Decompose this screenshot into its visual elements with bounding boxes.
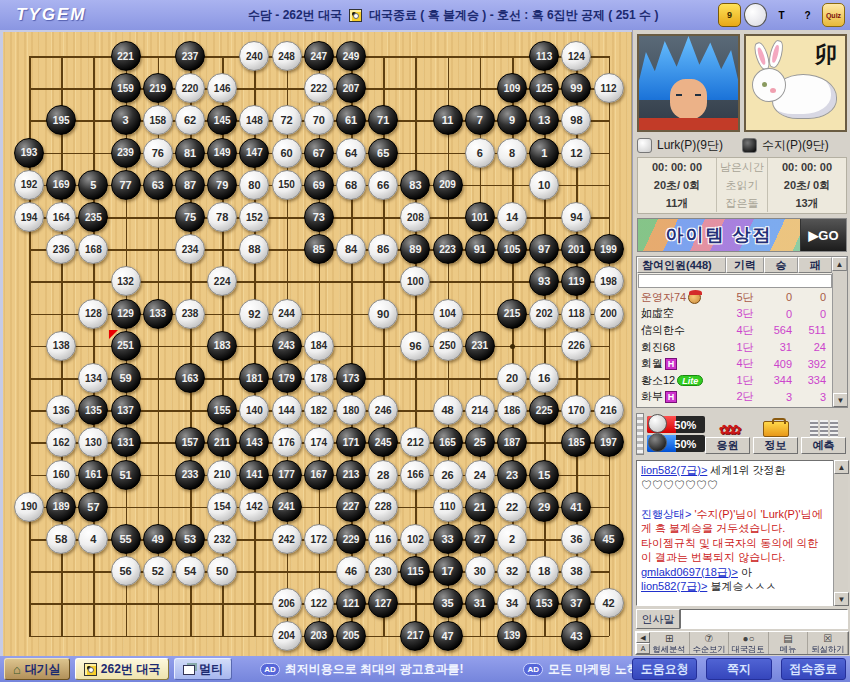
stone-black-229: 229 [336,524,366,554]
white-captures: 11개 [638,196,716,211]
go-board[interactable]: 2212372402482472491131241592192201462222… [0,30,632,656]
mini-button-◀[interactable]: ◀ [636,632,650,643]
stone-white-48: 48 [433,395,463,425]
stone-black-45: 45 [594,524,624,554]
예측-button[interactable]: 예측 [801,415,846,454]
stone-black-189: 189 [46,492,76,522]
stone-white-14: 14 [497,202,527,232]
stone-white-222: 222 [304,73,334,103]
stone-white-66: 66 [368,170,398,200]
stone-white-124: 124 [561,41,591,71]
stone-white-90: 90 [368,299,398,329]
black-player-avatar[interactable]: 卯 [744,34,847,132]
chat-username[interactable]: lion582(7급)> [641,580,707,592]
greeting-row: 인사말 [636,609,848,629]
stone-black-99: 99 [561,73,591,103]
stone-black-105: 105 [497,234,527,264]
stone-white-76: 76 [143,138,173,168]
scroll-down-icon[interactable]: ▼ [833,393,848,407]
stone-black-221: 221 [111,41,141,71]
col-losses[interactable]: 패 [798,257,832,273]
stone-white-202: 202 [529,299,559,329]
spectator-row[interactable]: 信의한수4단564511 [637,322,847,339]
stone-white-220: 220 [175,73,205,103]
chat-input[interactable] [680,609,848,629]
stone-black-241: 241 [272,492,302,522]
stone-white-190: 190 [14,492,44,522]
stone-white-162: 162 [46,427,76,457]
stone-white-210: 210 [207,460,237,490]
black-cheer-bar: 50% [647,435,705,452]
stone-white-18: 18 [529,556,559,586]
stone-black-97: 97 [529,234,559,264]
button-label: 응원 [705,437,750,454]
button-label: 예측 [801,437,846,454]
spectator-ls: 334 [798,374,832,386]
spectator-row[interactable]: 如虛空3단00 [637,306,847,323]
stone-white-168: 168 [78,234,108,264]
coins-icon [801,415,846,437]
응원-button[interactable]: ✿✿✿응원 [705,415,750,454]
spectator-wn: 31 [764,341,798,353]
stone-white-212: 212 [400,427,430,457]
ad-tag: AD [523,663,543,676]
spectator-row[interactable]: 화부H2단33 [637,389,847,406]
stone-black-173: 173 [336,363,366,393]
대국검토-button[interactable]: ●○대국검토 [729,632,769,654]
stone-black-187: 187 [497,427,527,457]
stone-black-247: 247 [304,41,334,71]
stone-black-9: 9 [497,105,527,135]
col-rank[interactable]: 기력 [726,257,764,273]
stone-black-69: 69 [304,170,334,200]
stone-black-81: 81 [175,138,205,168]
status-title: 대국종료 ( 흑 불계승 ) - 호선 : 흑 6집반 공제 ( 251 수 ) [369,7,658,24]
tygem-logo: TYGEM [16,5,86,25]
stone-white-28: 28 [368,460,398,490]
stone-white-172: 172 [304,524,334,554]
stone-white-112: 112 [594,73,624,103]
poll-buttons: ✿✿✿응원정보예측 [705,415,848,454]
spectator-wn: 3 [764,391,798,403]
spectator-name: 화부H [637,389,726,404]
analysis-grid-icon: ⊞ [665,633,673,644]
chat-scroll-up-icon[interactable]: ▲ [834,460,849,474]
stone-black-143: 143 [239,427,269,457]
spectator-row[interactable]: 황소12Lite1단344334 [637,372,847,389]
stone-white-34: 34 [497,588,527,618]
ad-tag: AD [260,663,280,676]
spectator-rk: 1단 [726,373,764,388]
접속종료-button[interactable]: 접속종료 [781,658,846,680]
h-icon: H [665,358,677,370]
scroll-up-icon[interactable]: ▲ [832,257,847,271]
remaining-time-label: 남은시간 [716,158,768,176]
spectator-wn: 409 [764,358,798,370]
toolbox-icon [753,415,798,437]
stone-black-31: 31 [465,588,495,618]
stone-black-133: 133 [143,299,173,329]
stone-black-207: 207 [336,73,366,103]
toolbox-icon [763,421,789,437]
stone-black-153: 153 [529,588,559,618]
stone-black-183: 183 [207,331,237,361]
spectator-rk: 2단 [726,389,764,404]
stone-black-245: 245 [368,427,398,457]
stone-black-43: 43 [561,621,591,651]
selected-empty-row[interactable] [638,274,832,288]
spectator-wn: 344 [764,374,798,386]
stone-white-204: 204 [272,621,302,651]
stone-white-86: 86 [368,234,398,264]
tab-label: 262번 대국 [101,661,160,678]
stone-white-174: 174 [304,427,334,457]
game-toolbar: ◀A ⊞형세분석⑦수순보기●○대국검토▤메뉴☒퇴실하기 [635,631,849,655]
topbar-icons: 9T?Quiz [718,3,845,27]
spectator-rk: 4단 [726,356,764,371]
stone-black-1: 1 [529,138,559,168]
stone-black-13: 13 [529,105,559,135]
game-title: 수담 - 262번 대국 대국종료 ( 흑 불계승 ) - 호선 : 흑 6집반… [248,7,658,24]
tab-label: 멀티 [199,661,223,678]
stone-black-91: 91 [465,234,495,264]
stone-white-52: 52 [143,556,173,586]
spectator-name: 如虛空 [637,306,726,321]
stone-black-195: 195 [46,105,76,135]
spectator-row[interactable]: 운영자745단00 [637,289,847,306]
stone-black-139: 139 [497,621,527,651]
stone-black-205: 205 [336,621,366,651]
stone-white-200: 200 [594,299,624,329]
quiz-mail-icon[interactable]: Quiz [822,3,845,27]
stone-black-215: 215 [497,299,527,329]
stone-white-208: 208 [400,202,430,232]
stone-white-184: 184 [304,331,334,361]
stone-white-248: 248 [272,41,302,71]
mini-button-A[interactable]: A [636,643,650,654]
shop-go-button[interactable]: ▶GO [800,219,846,251]
stone-white-68: 68 [336,170,366,200]
button-label: 대국검토 [732,644,765,653]
stone-black-167: 167 [304,460,334,490]
stone-white-8: 8 [497,138,527,168]
chat-scrollbar[interactable]: ▲ ▼ [833,460,848,606]
stone-white-136: 136 [46,395,76,425]
stone-white-94: 94 [561,202,591,232]
item-shop-label: 아이템 상점 [638,219,800,251]
stone-black-23: 23 [497,460,527,490]
stone-black-89: 89 [400,234,430,264]
spectator-row[interactable]: 회월H4단409392 [637,355,847,372]
stone-white-32: 32 [497,556,527,586]
stone-black-7: 7 [465,105,495,135]
black-stone-icon [742,138,757,153]
쪽지-button[interactable]: 쪽지 [706,658,771,680]
stone-white-144: 144 [272,395,302,425]
메뉴-button[interactable]: ▤메뉴 [769,632,809,654]
stone-black-161: 161 [78,460,108,490]
형세분석-button[interactable]: ⊞형세분석 [650,632,690,654]
stone-white-140: 140 [239,395,269,425]
tab-멀티[interactable]: 멀티 [174,658,232,680]
chat-username[interactable]: 진행상태> [641,508,691,520]
spectator-rk: 3단 [726,306,764,321]
stone-black-185: 185 [561,427,591,457]
stone-black-233: 233 [175,460,205,490]
black-main-time: 00: 00: 00 [768,161,846,173]
menu-book-icon: ▤ [783,633,792,644]
black-captures: 13개 [768,196,846,211]
stone-white-170: 170 [561,395,591,425]
stone-black-135: 135 [78,395,108,425]
stone-white-244: 244 [272,299,302,329]
lite-badge: Lite [677,375,703,386]
rank-badge-icon[interactable]: 9 [718,3,741,27]
stone-black-55: 55 [111,524,141,554]
star-point [510,344,515,349]
ad-banner-1[interactable]: AD 최저비용으로 최대의 광고효과를! [260,661,463,678]
정보-button[interactable]: 정보 [753,415,798,454]
stone-black-131: 131 [111,427,141,457]
stones-review-icon: ●○ [742,633,754,644]
stone-white-150: 150 [272,170,302,200]
stone-black-53: 53 [175,524,205,554]
cheer-poll-panel: 50% 50% ✿✿✿응원정보예측 [636,412,848,456]
black-byoyomi: 20초/ 0회 [768,178,846,193]
stone-white-182: 182 [304,395,334,425]
tab-label: 대기실 [25,661,61,678]
stone-black-51: 51 [111,460,141,490]
stone-black-201: 201 [561,234,591,264]
white-player-avatar[interactable] [637,34,740,132]
spectator-rk: 4단 [726,323,764,338]
chat-scroll-down-icon[interactable]: ▼ [834,592,849,606]
chat-log[interactable]: lion582(7급)> 세계1위 갓정환 ♡♡♡♡♡♡♡ 진행상태> '수지(… [636,460,848,606]
stone-black-115: 115 [400,556,430,586]
byoyomi-label: 초읽기 [716,176,768,194]
stone-white-246: 246 [368,395,398,425]
spectator-wn: 0 [764,308,798,320]
black-player-name: 수지(P)(9단) [762,137,829,154]
stone-black-79: 79 [207,170,237,200]
stone-white-236: 236 [46,234,76,264]
admin-face-icon [688,291,701,304]
player-names: Lurk(P)(9단) 수지(P)(9단) [637,136,847,154]
chat-username[interactable]: lion582(7급)> [641,464,707,476]
roses-icon: ✿✿✿ [705,415,750,437]
stone-white-26: 26 [433,460,463,490]
stone-white-206: 206 [272,588,302,618]
퇴실하기-button[interactable]: ☒퇴실하기 [808,632,848,654]
stone-black-59: 59 [111,363,141,393]
stone-black-159: 159 [111,73,141,103]
captures-label: 잡은돌 [716,194,768,212]
stone-black-223: 223 [433,234,463,264]
stone-white-138: 138 [46,331,76,361]
white-stone-icon [637,138,652,153]
spectator-row[interactable]: 회진681단3124 [637,339,847,356]
stone-white-224: 224 [207,266,237,296]
stone-black-227: 227 [336,492,366,522]
stone-white-232: 232 [207,524,237,554]
spectator-name: 운영자74 [637,290,726,305]
toolbar-mini-buttons: ◀A [636,632,650,654]
stone-black-87: 87 [175,170,205,200]
spectator-ls: 24 [798,341,832,353]
stone-black-75: 75 [175,202,205,232]
stone-black-27: 27 [465,524,495,554]
도움요청-button[interactable]: 도움요청 [632,658,697,680]
tab-대기실[interactable]: ⌂대기실 [4,658,70,680]
stone-black-65: 65 [368,138,398,168]
spectator-ls: 511 [798,324,832,336]
stone-white-192: 192 [14,170,44,200]
button-label: 형세분석 [653,644,686,653]
stone-white-56: 56 [111,556,141,586]
col-wins[interactable]: 승 [764,257,798,273]
stone-white-134: 134 [78,363,108,393]
stone-black-83: 83 [400,170,430,200]
stone-white-214: 214 [465,395,495,425]
stone-white-122: 122 [304,588,334,618]
stone-white-132: 132 [111,266,141,296]
white-cheer-bar: 50% [647,416,705,433]
home-icon: ⌂ [13,662,21,677]
col-participants[interactable]: 참여인원(448) [637,257,726,273]
stone-white-118: 118 [561,299,591,329]
spectator-ls: 0 [798,308,832,320]
mascot-icon[interactable] [744,3,767,27]
button-label: 수순보기 [692,644,725,653]
stone-white-4: 4 [78,524,108,554]
tab-262번 대국[interactable]: 262번 대국 [75,658,169,680]
button-label: 정보 [753,437,798,454]
stone-black-35: 35 [433,588,463,618]
button-label: 퇴실하기 [811,644,844,653]
spectator-name: 회진68 [637,340,726,355]
stone-black-145: 145 [207,105,237,135]
right-panel: 卯 Lurk(P)(9단) 수지(P)(9단) 00: 00: 00 남은시간 … [632,30,850,656]
stone-white-62: 62 [175,105,205,135]
stone-black-57: 57 [78,492,108,522]
t-coin-icon[interactable]: T [770,3,793,27]
stone-white-234: 234 [175,234,205,264]
greeting-button[interactable]: 인사말 [636,609,680,629]
stone-black-3: 3 [111,105,141,135]
stone-white-158: 158 [143,105,173,135]
stone-white-186: 186 [497,395,527,425]
last-move-marker [109,330,118,339]
chat-message: lion582(7급)> 불계승ㅅㅅㅅ [641,579,828,594]
stone-white-130: 130 [78,427,108,457]
stone-black-121: 121 [336,588,366,618]
stone-black-155: 155 [207,395,237,425]
spectator-rk: 5단 [726,290,764,305]
stone-black-137: 137 [111,395,141,425]
stone-black-63: 63 [143,170,173,200]
stone-black-25: 25 [465,427,495,457]
stone-white-166: 166 [400,460,430,490]
stone-black-71: 71 [368,105,398,135]
poll-slider[interactable] [636,413,644,455]
stone-white-250: 250 [433,331,463,361]
exit-icon: ☒ [823,633,832,644]
stone-black-109: 109 [497,73,527,103]
stone-black-85: 85 [304,234,334,264]
chat-message: gmlakd0697(18급)> 아 [641,565,828,580]
stone-white-46: 46 [336,556,366,586]
stone-white-230: 230 [368,556,398,586]
stone-black-37: 37 [561,588,591,618]
rabbit-head-icon [752,68,786,102]
help-balloon-icon[interactable]: ? [796,3,819,27]
stone-white-12: 12 [561,138,591,168]
chat-message: lion582(7급)> 세계1위 갓정환 ♡♡♡♡♡♡♡ [641,463,828,492]
stone-black-147: 147 [239,138,269,168]
수순보기-button[interactable]: ⑦수순보기 [690,632,730,654]
zodiac-glyph: 卯 [815,40,837,70]
stone-white-16: 16 [529,363,559,393]
title-bar: TYGEM 수담 - 262번 대국 대국종료 ( 흑 불계승 ) - 호선 :… [0,0,850,30]
stone-white-88: 88 [239,234,269,264]
stone-black-33: 33 [433,524,463,554]
stone-black-49: 49 [143,524,173,554]
stone-black-149: 149 [207,138,237,168]
stone-black-21: 21 [465,492,495,522]
stone-black-249: 249 [336,41,366,71]
stone-white-178: 178 [304,363,334,393]
stone-black-93: 93 [529,266,559,296]
stone-black-5: 5 [78,170,108,200]
chat-message: 진행상태> '수지(P)'님이 'Lurk(P)'님에게 흑 불계승을 거두셨습… [641,507,828,536]
item-shop-banner[interactable]: 아이템 상점 ▶GO [637,218,847,252]
stone-white-50: 50 [207,556,237,586]
stone-white-100: 100 [400,266,430,296]
stone-white-98: 98 [561,105,591,135]
white-cheer-pct: 50% [674,419,696,431]
white-player-name: Lurk(P)(9단) [657,137,723,154]
stone-white-64: 64 [336,138,366,168]
stone-black-237: 237 [175,41,205,71]
stone-black-163: 163 [175,363,205,393]
chat-username[interactable]: gmlakd0697(18급)> [641,566,738,578]
stone-white-146: 146 [207,73,237,103]
stone-white-164: 164 [46,202,76,232]
spectator-wn: 0 [764,291,798,303]
table-scrollbar[interactable]: ▼ [832,273,847,407]
stone-black-169: 169 [46,170,76,200]
stone-white-70: 70 [304,105,334,135]
board-icon [349,9,362,22]
stone-black-231: 231 [465,331,495,361]
stone-black-197: 197 [594,427,624,457]
stone-white-176: 176 [272,427,302,457]
stone-black-119: 119 [561,266,591,296]
stone-white-180: 180 [336,395,366,425]
stone-black-177: 177 [272,460,302,490]
stone-black-225: 225 [529,395,559,425]
stone-black-193: 193 [14,138,44,168]
stone-black-41: 41 [561,492,591,522]
stone-black-243: 243 [272,331,302,361]
spectator-ls: 392 [798,358,832,370]
bottom-action-buttons: 도움요청쪽지접속종료 [632,658,846,680]
stone-white-10: 10 [529,170,559,200]
board-icon [84,663,97,676]
stone-white-42: 42 [594,588,624,618]
stone-black-219: 219 [143,73,173,103]
white-player: Lurk(P)(9단) [637,136,742,154]
